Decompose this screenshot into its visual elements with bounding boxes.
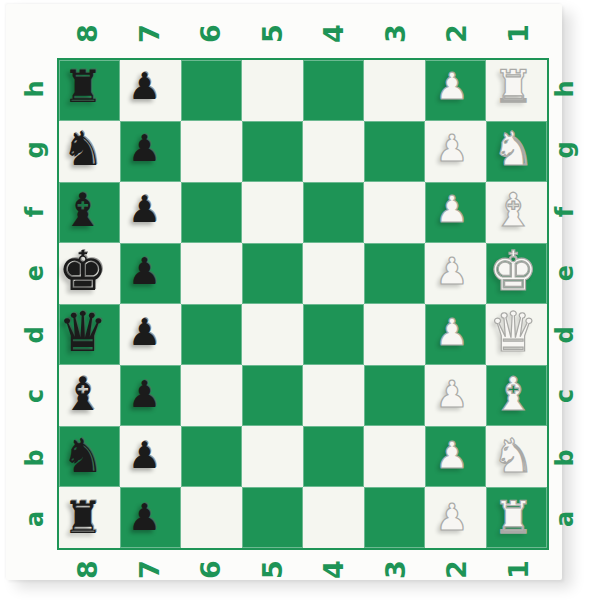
coordinate-label-bottom-2: 2 (443, 560, 470, 579)
square-d4 (303, 304, 364, 365)
file-labels-right: hgfedcba (550, 58, 580, 550)
square-b7 (120, 426, 181, 487)
square-g8 (59, 121, 120, 182)
square-h2 (425, 60, 486, 121)
coordinate-label-bottom-6: 6 (197, 560, 224, 579)
square-e6 (181, 243, 242, 304)
coordinate-label-bottom-4: 4 (320, 560, 347, 579)
square-b1 (486, 426, 547, 487)
square-h4 (303, 60, 364, 121)
coordinate-label-right-b: b (553, 449, 577, 466)
square-b5 (242, 426, 303, 487)
coordinate-label-left-g: g (23, 142, 47, 159)
square-h6 (181, 60, 242, 121)
square-c3 (364, 365, 425, 426)
square-e5 (242, 243, 303, 304)
square-g2 (425, 121, 486, 182)
square-e3 (364, 243, 425, 304)
coordinate-label-right-d: d (553, 326, 577, 343)
coordinate-label-top-2: 2 (443, 24, 470, 43)
square-c6 (181, 365, 242, 426)
coordinate-label-bottom-7: 7 (136, 560, 163, 579)
square-d8 (59, 304, 120, 365)
square-b6 (181, 426, 242, 487)
coordinate-label-top-8: 8 (74, 24, 101, 43)
square-a2 (425, 487, 486, 548)
square-c2 (425, 365, 486, 426)
square-g5 (242, 121, 303, 182)
square-g7 (120, 121, 181, 182)
square-c4 (303, 365, 364, 426)
coordinate-label-left-d: d (23, 326, 47, 343)
coordinate-label-left-c: c (23, 389, 47, 403)
rank-labels-bottom: 87654321 (57, 554, 549, 584)
square-f7 (120, 182, 181, 243)
coordinate-label-top-3: 3 (382, 24, 409, 43)
coordinate-label-top-6: 6 (197, 24, 224, 43)
square-c8 (59, 365, 120, 426)
coordinate-label-right-e: e (553, 265, 577, 281)
square-d6 (181, 304, 242, 365)
coordinate-label-right-f: f (553, 207, 577, 217)
square-f3 (364, 182, 425, 243)
square-h3 (364, 60, 425, 121)
coordinate-label-right-a: a (553, 511, 577, 527)
square-f4 (303, 182, 364, 243)
coordinate-label-left-e: e (23, 265, 47, 281)
square-a5 (242, 487, 303, 548)
file-labels-left: hgfedcba (20, 58, 50, 550)
coordinate-label-right-g: g (553, 142, 577, 159)
coordinate-label-bottom-5: 5 (259, 560, 286, 579)
square-b8 (59, 426, 120, 487)
coordinate-label-bottom-1: 1 (505, 560, 532, 579)
coordinate-label-left-h: h (23, 80, 47, 97)
square-f8 (59, 182, 120, 243)
square-e8 (59, 243, 120, 304)
coordinate-label-right-h: h (553, 80, 577, 97)
square-f6 (181, 182, 242, 243)
square-d1 (486, 304, 547, 365)
chess-board (57, 58, 549, 550)
square-f2 (425, 182, 486, 243)
square-f1 (486, 182, 547, 243)
square-e4 (303, 243, 364, 304)
square-h5 (242, 60, 303, 121)
square-b4 (303, 426, 364, 487)
coordinate-label-top-5: 5 (259, 24, 286, 43)
coordinate-label-top-4: 4 (320, 24, 347, 43)
coordinate-label-left-b: b (23, 449, 47, 466)
coordinate-label-bottom-3: 3 (382, 560, 409, 579)
square-f5 (242, 182, 303, 243)
square-d7 (120, 304, 181, 365)
square-a4 (303, 487, 364, 548)
vinyl-chess-mat: 87654321 87654321 hgfedcba hgfedcba ♜♞♝♚… (6, 4, 562, 580)
square-a6 (181, 487, 242, 548)
coordinate-label-left-f: f (23, 207, 47, 217)
chess-set-photo: 87654321 87654321 hgfedcba hgfedcba ♜♞♝♚… (0, 0, 600, 600)
square-g1 (486, 121, 547, 182)
square-a1 (486, 487, 547, 548)
square-a8 (59, 487, 120, 548)
square-g3 (364, 121, 425, 182)
square-d2 (425, 304, 486, 365)
coordinate-label-left-a: a (23, 511, 47, 527)
square-h7 (120, 60, 181, 121)
coordinate-label-top-7: 7 (136, 24, 163, 43)
rank-labels-top: 87654321 (57, 18, 549, 48)
square-g6 (181, 121, 242, 182)
coordinate-label-top-1: 1 (505, 24, 532, 43)
square-h8 (59, 60, 120, 121)
square-h1 (486, 60, 547, 121)
square-b2 (425, 426, 486, 487)
square-g4 (303, 121, 364, 182)
square-e2 (425, 243, 486, 304)
square-b3 (364, 426, 425, 487)
coordinate-label-right-c: c (553, 389, 577, 403)
square-c7 (120, 365, 181, 426)
square-d5 (242, 304, 303, 365)
coordinate-label-bottom-8: 8 (74, 560, 101, 579)
square-a3 (364, 487, 425, 548)
square-c5 (242, 365, 303, 426)
square-d3 (364, 304, 425, 365)
square-e7 (120, 243, 181, 304)
square-c1 (486, 365, 547, 426)
square-e1 (486, 243, 547, 304)
square-a7 (120, 487, 181, 548)
